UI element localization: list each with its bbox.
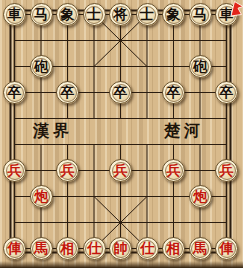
piece-glyph: 兵 [8,163,22,177]
board-point-e8[interactable] [107,210,134,236]
piece-black-horse[interactable]: 马 [30,3,53,26]
piece-glyph: 砲 [34,59,48,73]
board-point-d3[interactable] [81,80,108,106]
board-point-a9[interactable]: 俥 [1,236,28,262]
piece-glyph: 兵 [167,163,181,177]
piece-red-soldier[interactable]: 兵 [215,159,238,182]
piece-red-general[interactable]: 帥 [109,237,132,260]
piece-glyph: 車 [8,7,22,21]
board-point-d9[interactable]: 仕 [81,236,108,262]
board-point-a8[interactable] [1,210,28,236]
piece-red-elephant[interactable]: 相 [56,237,79,260]
piece-red-chariot[interactable]: 俥 [3,237,26,260]
board-point-b3[interactable] [28,80,55,106]
board-point-d1[interactable] [81,28,108,54]
piece-glyph: 俥 [8,241,22,255]
board-point-d0[interactable]: 士 [81,2,108,28]
piece-red-cannon[interactable]: 炮 [30,185,53,208]
board-point-e3[interactable]: 卒 [107,80,134,106]
board-point-h7[interactable]: 炮 [187,184,214,210]
board-point-i5[interactable] [213,132,240,158]
piece-red-soldier[interactable]: 兵 [56,159,79,182]
piece-glyph: 俥 [220,241,234,255]
board-point-h6[interactable] [187,158,214,184]
board-point-a2[interactable] [1,54,28,80]
piece-glyph: 馬 [34,241,48,255]
board-point-c1[interactable] [54,28,81,54]
board-point-f7[interactable] [134,184,161,210]
piece-glyph: 卒 [220,85,234,99]
board-point-c2[interactable] [54,54,81,80]
piece-glyph: 兵 [220,163,234,177]
board-point-a6[interactable]: 兵 [1,158,28,184]
piece-black-elephant[interactable]: 象 [56,3,79,26]
piece-red-advisor[interactable]: 仕 [136,237,159,260]
board-point-c9[interactable]: 相 [54,236,81,262]
board-point-c4[interactable] [54,106,81,132]
piece-glyph: 仕 [87,241,101,255]
board-point-b4[interactable] [28,106,55,132]
piece-glyph: 兵 [61,163,75,177]
piece-black-soldier[interactable]: 卒 [109,81,132,104]
board-point-a7[interactable] [1,184,28,210]
board-point-c5[interactable] [54,132,81,158]
piece-glyph: 馬 [193,241,207,255]
board-point-g8[interactable] [160,210,187,236]
board-point-a1[interactable] [1,28,28,54]
board-point-d6[interactable] [81,158,108,184]
board-point-f6[interactable] [134,158,161,184]
piece-grid: 車马象士将士象马車砲砲卒卒卒卒卒兵兵兵兵兵炮炮俥馬相仕帥仕相馬俥 [1,2,240,262]
piece-glyph: 将 [114,7,128,21]
piece-glyph: 砲 [193,59,207,73]
board-point-b2[interactable]: 砲 [28,54,55,80]
board-point-g3[interactable]: 卒 [160,80,187,106]
board-point-f8[interactable] [134,210,161,236]
board-point-c6[interactable]: 兵 [54,158,81,184]
piece-black-elephant[interactable]: 象 [162,3,185,26]
piece-glyph: 仕 [140,241,154,255]
board-point-i2[interactable] [213,54,240,80]
board-point-h3[interactable] [187,80,214,106]
piece-glyph: 卒 [61,85,75,99]
board-point-e4[interactable] [107,106,134,132]
piece-glyph: 相 [61,241,75,255]
piece-glyph: 帥 [114,241,128,255]
board-bottom-edge [0,261,243,268]
board-point-i8[interactable] [213,210,240,236]
piece-glyph: 兵 [114,163,128,177]
board-point-g7[interactable] [160,184,187,210]
board-point-e6[interactable]: 兵 [107,158,134,184]
piece-red-soldier[interactable]: 兵 [162,159,185,182]
board-point-i9[interactable]: 俥 [213,236,240,262]
board-point-h2[interactable]: 砲 [187,54,214,80]
piece-glyph: 炮 [193,189,207,203]
board-point-d4[interactable] [81,106,108,132]
board-point-g6[interactable]: 兵 [160,158,187,184]
piece-red-soldier[interactable]: 兵 [109,159,132,182]
piece-black-general[interactable]: 将 [109,3,132,26]
board-point-i1[interactable] [213,28,240,54]
piece-red-cannon[interactable]: 炮 [189,185,212,208]
piece-red-horse[interactable]: 馬 [189,237,212,260]
piece-glyph: 象 [61,7,75,21]
piece-glyph: 马 [193,7,207,21]
board-point-f9[interactable]: 仕 [134,236,161,262]
board-point-e5[interactable] [107,132,134,158]
piece-black-cannon[interactable]: 砲 [30,55,53,78]
piece-black-soldier[interactable]: 卒 [215,81,238,104]
board-point-i7[interactable] [213,184,240,210]
piece-red-horse[interactable]: 馬 [30,237,53,260]
board-point-f3[interactable] [134,80,161,106]
red-arrow-cursor [230,0,243,17]
board-point-b8[interactable] [28,210,55,236]
board-point-g1[interactable] [160,28,187,54]
board-point-c3[interactable]: 卒 [54,80,81,106]
piece-black-chariot[interactable]: 車 [3,3,26,26]
board-point-f2[interactable] [134,54,161,80]
board-point-e9[interactable]: 帥 [107,236,134,262]
piece-black-soldier[interactable]: 卒 [3,81,26,104]
board-point-e7[interactable] [107,184,134,210]
board-point-g2[interactable] [160,54,187,80]
board-point-g9[interactable]: 相 [160,236,187,262]
piece-glyph: 象 [167,7,181,21]
board-point-h4[interactable] [187,106,214,132]
piece-glyph: 士 [87,7,101,21]
board-point-d7[interactable] [81,184,108,210]
board-point-c8[interactable] [54,210,81,236]
piece-red-soldier[interactable]: 兵 [3,159,26,182]
board-point-g0[interactable]: 象 [160,2,187,28]
board-point-b1[interactable] [28,28,55,54]
board-point-d8[interactable] [81,210,108,236]
board-point-a5[interactable] [1,132,28,158]
piece-glyph: 炮 [34,189,48,203]
board-point-a4[interactable] [1,106,28,132]
board-point-h0[interactable]: 马 [187,2,214,28]
piece-black-advisor[interactable]: 士 [136,3,159,26]
board-point-d2[interactable] [81,54,108,80]
piece-black-horse[interactable]: 马 [189,3,212,26]
board-point-b9[interactable]: 馬 [28,236,55,262]
board-point-g5[interactable] [160,132,187,158]
board-point-g4[interactable] [160,106,187,132]
piece-glyph: 卒 [8,85,22,99]
board-point-a3[interactable]: 卒 [1,80,28,106]
board-point-b5[interactable] [28,132,55,158]
board-point-c0[interactable]: 象 [54,2,81,28]
board-point-d5[interactable] [81,132,108,158]
piece-black-cannon[interactable]: 砲 [189,55,212,78]
board-point-f1[interactable] [134,28,161,54]
board-point-b6[interactable] [28,158,55,184]
board-point-f4[interactable] [134,106,161,132]
board-point-h8[interactable] [187,210,214,236]
board-point-e1[interactable] [107,28,134,54]
board-point-a0[interactable]: 車 [1,2,28,28]
piece-red-chariot[interactable]: 俥 [215,237,238,260]
board-point-i3[interactable]: 卒 [213,80,240,106]
board-point-h5[interactable] [187,132,214,158]
piece-glyph: 马 [34,7,48,21]
board-point-f5[interactable] [134,132,161,158]
board-point-h9[interactable]: 馬 [187,236,214,262]
piece-black-soldier[interactable]: 卒 [56,81,79,104]
board-point-i6[interactable]: 兵 [213,158,240,184]
board-point-b0[interactable]: 马 [28,2,55,28]
piece-glyph: 卒 [114,85,128,99]
board-point-f0[interactable]: 士 [134,2,161,28]
board-point-h1[interactable] [187,28,214,54]
piece-black-advisor[interactable]: 士 [83,3,106,26]
board-point-c7[interactable] [54,184,81,210]
piece-black-soldier[interactable]: 卒 [162,81,185,104]
board-point-b7[interactable]: 炮 [28,184,55,210]
piece-glyph: 卒 [167,85,181,99]
board-point-e2[interactable] [107,54,134,80]
piece-glyph: 士 [140,7,154,21]
piece-glyph: 相 [167,241,181,255]
piece-red-elephant[interactable]: 相 [162,237,185,260]
board-point-e0[interactable]: 将 [107,2,134,28]
board-point-i4[interactable] [213,106,240,132]
piece-red-advisor[interactable]: 仕 [83,237,106,260]
xiangqi-board[interactable]: 漢界 楚河 車马象士将士象马車砲砲卒卒卒卒卒兵兵兵兵兵炮炮俥馬相仕帥仕相馬俥 [0,0,243,268]
